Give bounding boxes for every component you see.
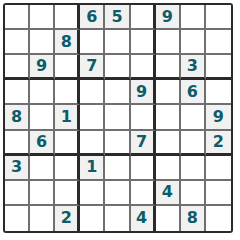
cell-r1c4[interactable]: 6 (80, 5, 105, 30)
cell-r5c8[interactable] (181, 105, 206, 130)
cell-r6c4[interactable] (80, 131, 105, 156)
cell-r3c4[interactable]: 7 (80, 55, 105, 80)
given-digit: 3 (11, 159, 22, 175)
cell-r7c6[interactable] (131, 156, 156, 181)
cell-r3c8[interactable]: 3 (181, 55, 206, 80)
given-digit: 7 (136, 133, 147, 149)
cell-r7c1[interactable]: 3 (5, 156, 30, 181)
cell-r6c7[interactable] (156, 131, 181, 156)
cell-r6c5[interactable] (105, 131, 130, 156)
given-digit: 1 (86, 159, 97, 175)
cell-r8c5[interactable] (105, 181, 130, 206)
cell-r7c5[interactable] (105, 156, 130, 181)
cell-r7c9[interactable] (206, 156, 231, 181)
cell-r4c4[interactable] (80, 80, 105, 105)
cell-r5c3[interactable]: 1 (55, 105, 80, 130)
cell-r7c7[interactable] (156, 156, 181, 181)
cell-r6c1[interactable] (5, 131, 30, 156)
cell-r2c6[interactable] (131, 30, 156, 55)
cell-r5c2[interactable] (30, 105, 55, 130)
cell-r1c6[interactable] (131, 5, 156, 30)
cell-r9c6[interactable]: 4 (131, 206, 156, 231)
cell-r2c8[interactable] (181, 30, 206, 55)
cell-r2c5[interactable] (105, 30, 130, 55)
given-digit: 8 (61, 33, 72, 49)
given-digit: 6 (187, 83, 198, 99)
cell-r9c9[interactable] (206, 206, 231, 231)
cell-r6c2[interactable]: 6 (30, 131, 55, 156)
cell-r5c1[interactable]: 8 (5, 105, 30, 130)
cell-r2c4[interactable] (80, 30, 105, 55)
given-digit: 5 (111, 8, 122, 24)
cell-r3c2[interactable]: 9 (30, 55, 55, 80)
given-digit: 2 (61, 210, 72, 226)
given-digit: 1 (61, 108, 72, 124)
given-digit: 9 (213, 108, 224, 124)
given-digit: 6 (86, 8, 97, 24)
sudoku-page: 659897396819672314248 (0, 0, 240, 240)
cell-r4c9[interactable] (206, 80, 231, 105)
cell-r8c6[interactable] (131, 181, 156, 206)
cell-r4c5[interactable] (105, 80, 130, 105)
cell-r7c4[interactable]: 1 (80, 156, 105, 181)
cell-r3c5[interactable] (105, 55, 130, 80)
cell-r8c9[interactable] (206, 181, 231, 206)
cell-r2c7[interactable] (156, 30, 181, 55)
cell-r8c4[interactable] (80, 181, 105, 206)
given-digit: 6 (36, 133, 47, 149)
cell-r1c9[interactable] (206, 5, 231, 30)
cell-r8c2[interactable] (30, 181, 55, 206)
cell-r6c8[interactable] (181, 131, 206, 156)
cell-r8c7[interactable]: 4 (156, 181, 181, 206)
given-digit: 4 (136, 210, 147, 226)
cell-r1c2[interactable] (30, 5, 55, 30)
cell-r9c5[interactable] (105, 206, 130, 231)
cell-r6c9[interactable]: 2 (206, 131, 231, 156)
given-digit: 8 (187, 210, 198, 226)
cell-r4c3[interactable] (55, 80, 80, 105)
cell-r1c1[interactable] (5, 5, 30, 30)
cell-r6c3[interactable] (55, 131, 80, 156)
given-digit: 9 (36, 58, 47, 74)
cell-r9c4[interactable] (80, 206, 105, 231)
cell-r9c7[interactable] (156, 206, 181, 231)
cell-r5c4[interactable] (80, 105, 105, 130)
cell-r4c2[interactable] (30, 80, 55, 105)
given-digit: 3 (187, 58, 198, 74)
cell-r8c3[interactable] (55, 181, 80, 206)
cell-r5c9[interactable]: 9 (206, 105, 231, 130)
sudoku-board: 659897396819672314248 (3, 3, 233, 233)
cell-r7c2[interactable] (30, 156, 55, 181)
cell-r5c6[interactable] (131, 105, 156, 130)
cell-r3c1[interactable] (5, 55, 30, 80)
cell-r9c8[interactable]: 8 (181, 206, 206, 231)
cell-r3c6[interactable] (131, 55, 156, 80)
cell-r4c8[interactable]: 6 (181, 80, 206, 105)
cell-r6c6[interactable]: 7 (131, 131, 156, 156)
given-digit: 8 (11, 108, 22, 124)
cell-r9c1[interactable] (5, 206, 30, 231)
given-digit: 2 (213, 133, 224, 149)
given-digit: 7 (86, 58, 97, 74)
given-digit: 4 (162, 184, 173, 200)
cell-r2c1[interactable] (5, 30, 30, 55)
cell-r3c9[interactable] (206, 55, 231, 80)
cell-r4c1[interactable] (5, 80, 30, 105)
cell-r1c3[interactable] (55, 5, 80, 30)
cell-r9c3[interactable]: 2 (55, 206, 80, 231)
cell-r2c2[interactable] (30, 30, 55, 55)
cell-r3c3[interactable] (55, 55, 80, 80)
cell-r4c7[interactable] (156, 80, 181, 105)
cell-r1c7[interactable]: 9 (156, 5, 181, 30)
cell-r3c7[interactable] (156, 55, 181, 80)
given-digit: 9 (136, 83, 147, 99)
cell-r2c9[interactable] (206, 30, 231, 55)
cell-r7c3[interactable] (55, 156, 80, 181)
cell-r9c2[interactable] (30, 206, 55, 231)
cell-r1c8[interactable] (181, 5, 206, 30)
cell-r8c1[interactable] (5, 181, 30, 206)
cell-r4c6[interactable]: 9 (131, 80, 156, 105)
cell-r8c8[interactable] (181, 181, 206, 206)
cell-r7c8[interactable] (181, 156, 206, 181)
given-digit: 9 (162, 8, 173, 24)
cell-r2c3[interactable]: 8 (55, 30, 80, 55)
cell-r5c7[interactable] (156, 105, 181, 130)
cell-r5c5[interactable] (105, 105, 130, 130)
cell-r1c5[interactable]: 5 (105, 5, 130, 30)
